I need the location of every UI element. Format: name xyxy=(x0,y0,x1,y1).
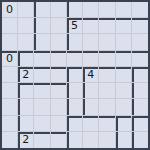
cell-r1c9[interactable] xyxy=(132,2,148,18)
cell-r7c7[interactable] xyxy=(99,99,115,115)
heyawake-board: 050242 xyxy=(0,0,150,150)
cell-r5c3[interactable] xyxy=(34,67,50,83)
cell-r2c8[interactable] xyxy=(116,18,132,34)
cell-r9c8[interactable] xyxy=(116,132,132,148)
cell-r8c7[interactable] xyxy=(99,116,115,132)
cell-r8c3[interactable] xyxy=(34,116,50,132)
cell-r2c9[interactable] xyxy=(132,18,148,34)
cell-r2c5[interactable]: 5 xyxy=(67,18,83,34)
cell-r8c1[interactable] xyxy=(2,116,18,132)
cell-r4c6[interactable] xyxy=(83,51,99,67)
cell-r8c4[interactable] xyxy=(51,116,67,132)
cell-r1c6[interactable] xyxy=(83,2,99,18)
cell-r7c1[interactable] xyxy=(2,99,18,115)
cell-r4c2[interactable] xyxy=(18,51,34,67)
room-clue: 5 xyxy=(71,20,78,31)
cell-r1c5[interactable] xyxy=(67,2,83,18)
cell-r6c3[interactable] xyxy=(34,83,50,99)
cell-r6c7[interactable] xyxy=(99,83,115,99)
room-clue: 2 xyxy=(22,134,29,145)
cell-r9c7[interactable] xyxy=(99,132,115,148)
room-clue: 0 xyxy=(6,53,13,64)
cell-r6c8[interactable] xyxy=(116,83,132,99)
cell-r5c9[interactable] xyxy=(132,67,148,83)
cell-r4c4[interactable] xyxy=(51,51,67,67)
cell-r4c7[interactable] xyxy=(99,51,115,67)
cell-r3c4[interactable] xyxy=(51,34,67,50)
cell-r5c1[interactable] xyxy=(2,67,18,83)
cell-r7c4[interactable] xyxy=(51,99,67,115)
cell-r4c1[interactable]: 0 xyxy=(2,51,18,67)
cell-r2c6[interactable] xyxy=(83,18,99,34)
room-clue: 0 xyxy=(6,4,13,15)
cell-r7c3[interactable] xyxy=(34,99,50,115)
cell-r2c2[interactable] xyxy=(18,18,34,34)
cell-r4c8[interactable] xyxy=(116,51,132,67)
cell-r1c3[interactable] xyxy=(34,2,50,18)
cell-r3c1[interactable] xyxy=(2,34,18,50)
room-clue: 2 xyxy=(22,69,29,80)
heyawake-puzzle: 050242 xyxy=(0,0,150,150)
cell-r9c5[interactable] xyxy=(67,132,83,148)
cell-r3c5[interactable] xyxy=(67,34,83,50)
cell-r3c6[interactable] xyxy=(83,34,99,50)
cell-r7c2[interactable] xyxy=(18,99,34,115)
cell-r8c2[interactable] xyxy=(18,116,34,132)
cell-r7c8[interactable] xyxy=(116,99,132,115)
cell-r6c1[interactable] xyxy=(2,83,18,99)
cell-r4c5[interactable] xyxy=(67,51,83,67)
cell-r1c8[interactable] xyxy=(116,2,132,18)
cell-r5c6[interactable]: 4 xyxy=(83,67,99,83)
cell-r1c2[interactable] xyxy=(18,2,34,18)
cell-r6c5[interactable] xyxy=(67,83,83,99)
cell-r5c2[interactable]: 2 xyxy=(18,67,34,83)
cell-r2c7[interactable] xyxy=(99,18,115,34)
cell-r1c1[interactable]: 0 xyxy=(2,2,18,18)
cell-r3c2[interactable] xyxy=(18,34,34,50)
cell-r9c9[interactable] xyxy=(132,132,148,148)
cell-r1c4[interactable] xyxy=(51,2,67,18)
cell-r4c9[interactable] xyxy=(132,51,148,67)
cell-r4c3[interactable] xyxy=(34,51,50,67)
cell-r2c4[interactable] xyxy=(51,18,67,34)
room-clue: 4 xyxy=(87,69,94,80)
cell-r5c4[interactable] xyxy=(51,67,67,83)
cell-r3c7[interactable] xyxy=(99,34,115,50)
cell-r8c6[interactable] xyxy=(83,116,99,132)
cell-r5c5[interactable] xyxy=(67,67,83,83)
cell-r8c8[interactable] xyxy=(116,116,132,132)
cell-r3c9[interactable] xyxy=(132,34,148,50)
cell-r2c3[interactable] xyxy=(34,18,50,34)
cell-r5c8[interactable] xyxy=(116,67,132,83)
cell-r7c6[interactable] xyxy=(83,99,99,115)
cell-r1c7[interactable] xyxy=(99,2,115,18)
cell-r8c5[interactable] xyxy=(67,116,83,132)
cell-r6c9[interactable] xyxy=(132,83,148,99)
cell-r6c4[interactable] xyxy=(51,83,67,99)
cell-r8c9[interactable] xyxy=(132,116,148,132)
cell-r9c6[interactable] xyxy=(83,132,99,148)
cell-r9c2[interactable]: 2 xyxy=(18,132,34,148)
cell-r7c5[interactable] xyxy=(67,99,83,115)
cell-r3c8[interactable] xyxy=(116,34,132,50)
cell-r9c3[interactable] xyxy=(34,132,50,148)
cell-r6c2[interactable] xyxy=(18,83,34,99)
cell-r5c7[interactable] xyxy=(99,67,115,83)
cell-r7c9[interactable] xyxy=(132,99,148,115)
cell-r2c1[interactable] xyxy=(2,18,18,34)
cell-r3c3[interactable] xyxy=(34,34,50,50)
cell-r9c1[interactable] xyxy=(2,132,18,148)
cell-r6c6[interactable] xyxy=(83,83,99,99)
cell-r9c4[interactable] xyxy=(51,132,67,148)
